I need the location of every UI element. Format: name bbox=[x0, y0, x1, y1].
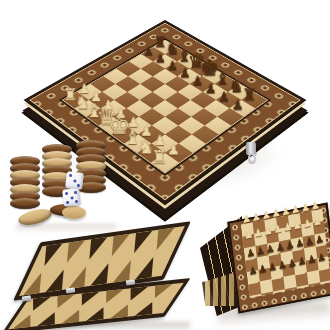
product-photo-chess-set: ♜♞♝♛♚♝♞♜♟♟♟♟♟♟♟♟♟♟♟♟♟♟♟♟♜♞♝♛♚♝♞♜ ♟♟♟♟♟♟♟… bbox=[0, 0, 330, 330]
magnetic-folded-board: ♟♟♟♟♟♟♟♟♟♟♟♟♟♟♟♟♟♟♟♟♟♟♟♟♟♟♟♟♟♟♟♟ bbox=[192, 190, 330, 330]
checkers-group bbox=[6, 128, 126, 236]
magnet-piece-dark: ♟ bbox=[268, 261, 278, 273]
magnet-piece-light: ♟ bbox=[253, 227, 263, 239]
magnet-piece-dark: ♟ bbox=[265, 243, 275, 255]
die bbox=[65, 171, 84, 190]
backgammon-open-box bbox=[8, 224, 200, 330]
magnet-piece-light: ♟ bbox=[273, 224, 283, 236]
magnet-piece-dark: ♟ bbox=[246, 247, 256, 259]
latch-clasp bbox=[22, 295, 32, 301]
magnet-piece-light: ♟ bbox=[271, 208, 281, 220]
die-pip bbox=[74, 191, 77, 194]
magnet-piece-light: ♟ bbox=[281, 206, 291, 218]
magnet-piece-dark: ♟ bbox=[317, 252, 327, 264]
checker-disc-brown bbox=[10, 198, 40, 209]
magnet-piece-dark: ♟ bbox=[287, 258, 297, 270]
die-pip bbox=[69, 174, 72, 177]
die bbox=[62, 188, 81, 207]
checker-piece-base bbox=[62, 206, 86, 219]
hinge bbox=[66, 287, 76, 293]
square-g4 bbox=[178, 117, 204, 135]
magnet-piece-light: ♟ bbox=[302, 218, 312, 230]
magnet-piece-light: ♟ bbox=[242, 213, 252, 225]
magnet-piece-dark: ♟ bbox=[297, 256, 307, 268]
folded-board-face: ♟♟♟♟♟♟♟♟♟♟♟♟♟♟♟♟♟♟♟♟♟♟♟♟♟♟♟♟♟♟♟♟ bbox=[227, 203, 330, 314]
hinge bbox=[126, 279, 136, 285]
piece-white-rook: ♜ bbox=[142, 149, 177, 167]
magnet-piece-light: ♟ bbox=[251, 212, 261, 224]
magnet-piece-dark: ♟ bbox=[285, 240, 295, 252]
magnet-piece-dark: ♟ bbox=[258, 263, 268, 275]
magnet-piece-light: ♟ bbox=[291, 204, 301, 216]
magnet-piece-dark: ♟ bbox=[256, 245, 266, 257]
checkers-stack bbox=[10, 160, 40, 209]
magnet-piece-dark: ♟ bbox=[307, 254, 317, 266]
magnet-piece-dark: ♟ bbox=[314, 234, 324, 246]
die-pip bbox=[65, 192, 68, 195]
magnet-piece-dark: ♟ bbox=[277, 259, 287, 271]
magnet-piece-light: ♟ bbox=[312, 216, 322, 228]
folded-board-backgammon-sliver bbox=[202, 272, 236, 306]
square-h1: ♜ bbox=[151, 153, 179, 173]
magnet-piece-light: ♟ bbox=[300, 202, 310, 214]
square-h5 bbox=[205, 117, 231, 135]
magnet-piece-dark: ♟ bbox=[305, 236, 315, 248]
die-pip bbox=[70, 196, 73, 199]
magnet-piece-light: ♟ bbox=[283, 222, 293, 234]
die-pip bbox=[66, 201, 69, 204]
magnet-piece-dark: ♟ bbox=[248, 265, 258, 277]
magnet-piece-light: ♟ bbox=[293, 220, 303, 232]
magnet-piece-dark: ♟ bbox=[275, 242, 285, 254]
magnet-piece-dark: ♟ bbox=[295, 238, 305, 250]
piece-black-pawn: ♟ bbox=[221, 98, 254, 111]
magnet-piece-light: ♟ bbox=[263, 226, 273, 238]
die-pip bbox=[75, 200, 78, 203]
magnet-piece-light: ♟ bbox=[310, 200, 320, 212]
metal-latch-ring bbox=[248, 153, 256, 163]
magnet-piece-light: ♟ bbox=[261, 210, 271, 222]
die-pip bbox=[77, 184, 80, 187]
die-pip bbox=[73, 179, 76, 182]
magnet-piece-light: ♟ bbox=[244, 229, 254, 241]
folded-board-squares: ♟♟♟♟♟♟♟♟♟♟♟♟♟♟♟♟♟♟♟♟♟♟♟♟♟♟♟♟♟♟♟♟ bbox=[241, 209, 330, 298]
